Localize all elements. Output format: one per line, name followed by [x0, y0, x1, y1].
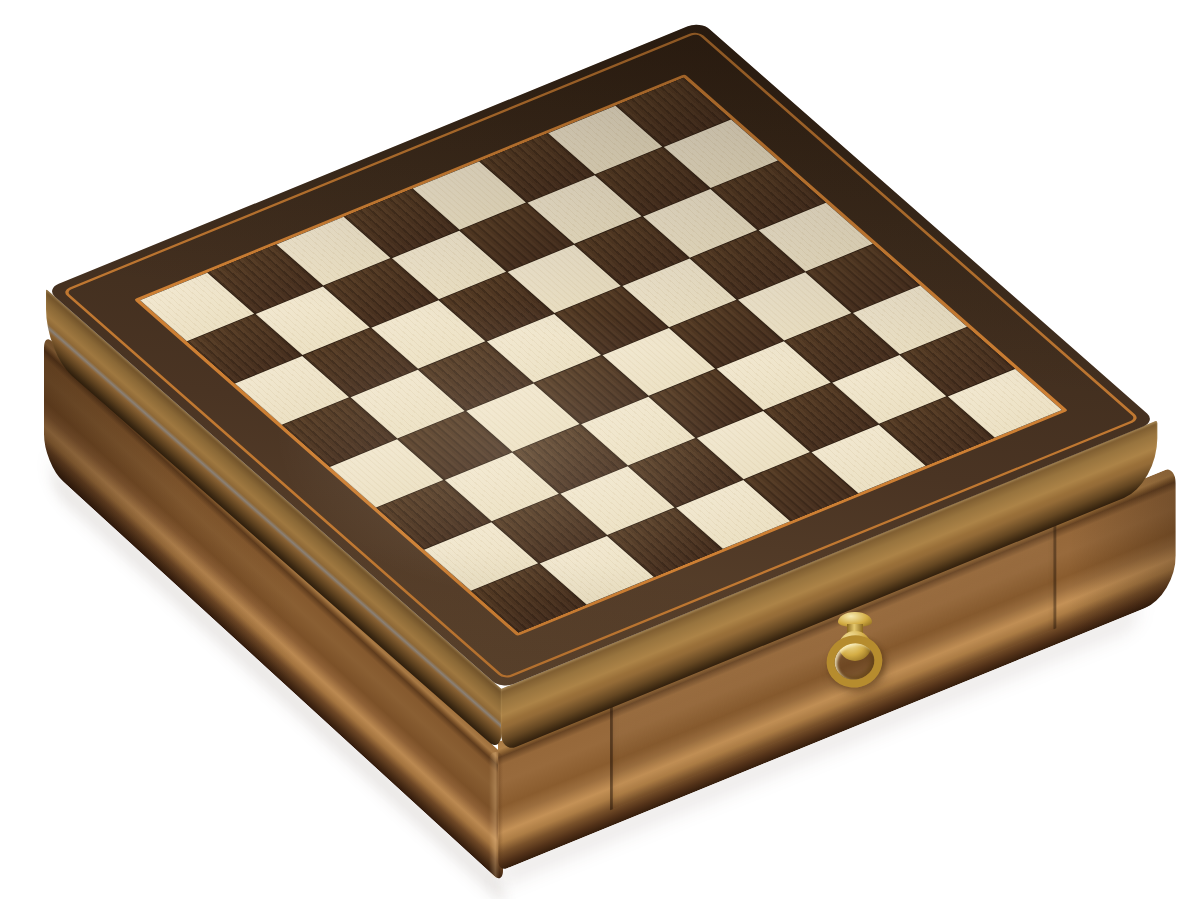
drawer-ring-pull[interactable]: [820, 612, 890, 700]
product-photo-canvas: [0, 0, 1200, 899]
box-corner-edge: [489, 752, 503, 878]
